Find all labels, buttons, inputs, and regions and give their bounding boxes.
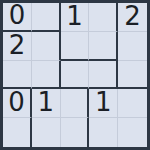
cell-r2c3[interactable] <box>89 61 118 90</box>
clue-number: 0 <box>9 2 26 28</box>
cell-r3c2[interactable] <box>61 89 90 118</box>
cell-r1c1[interactable] <box>32 32 61 61</box>
cell-r2c4[interactable] <box>118 61 147 90</box>
cell-r4c4[interactable] <box>118 118 147 147</box>
cell-r4c2[interactable] <box>61 118 90 147</box>
cell-r0c1[interactable] <box>32 3 61 32</box>
cell-r2c0[interactable] <box>3 61 32 90</box>
cell-r1c4[interactable] <box>118 32 147 61</box>
clue-number: 0 <box>8 89 25 115</box>
cell-r3c1[interactable]: 1 <box>32 89 61 118</box>
cell-r0c0[interactable]: 0 <box>3 3 32 32</box>
clue-number: 1 <box>37 89 54 115</box>
clue-number: 1 <box>95 89 112 115</box>
cell-r1c3[interactable] <box>89 32 118 61</box>
cell-r2c2[interactable] <box>61 61 90 90</box>
clue-number: 2 <box>124 3 141 29</box>
cell-r1c2[interactable] <box>61 32 90 61</box>
cell-r4c3[interactable] <box>89 118 118 147</box>
cell-r2c1[interactable] <box>32 61 61 90</box>
cell-r0c3[interactable] <box>89 3 118 32</box>
cell-r4c1[interactable] <box>32 118 61 147</box>
cell-r0c4[interactable]: 2 <box>118 3 147 32</box>
cell-r3c3[interactable]: 1 <box>89 89 118 118</box>
cell-r3c4[interactable] <box>118 89 147 118</box>
cell-r3c0[interactable]: 0 <box>3 89 32 118</box>
cell-r1c0[interactable]: 2 <box>3 32 32 61</box>
cell-r0c2[interactable]: 1 <box>61 3 90 32</box>
clue-number: 2 <box>9 32 26 58</box>
cell-r4c0[interactable] <box>3 118 32 147</box>
clue-number: 1 <box>66 3 83 29</box>
puzzle-board: 0122011 <box>0 0 150 150</box>
